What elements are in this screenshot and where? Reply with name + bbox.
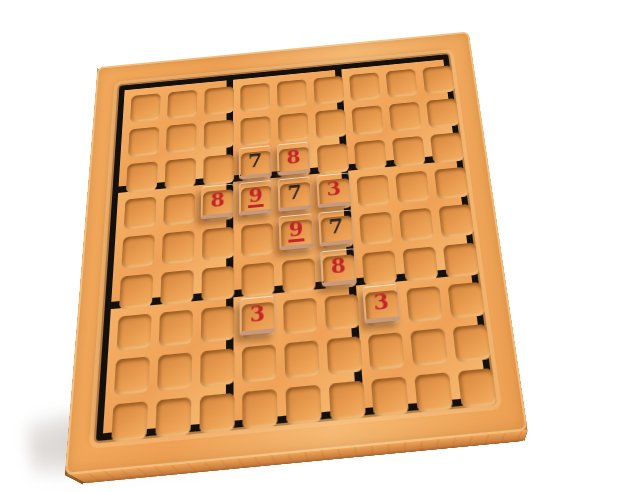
cell-r7c5[interactable]	[283, 298, 318, 335]
product-photo-stage: 78897397833	[0, 0, 632, 492]
cell-r1c8[interactable]	[386, 69, 418, 98]
scene: 78897397833	[0, 0, 632, 492]
cell-r5c6[interactable]: 7	[320, 215, 354, 249]
cell-r7c6[interactable]	[324, 294, 359, 331]
cell-r9c6[interactable]	[329, 380, 366, 420]
cell-r8c4[interactable]	[242, 344, 277, 383]
cell-r3c9[interactable]	[430, 132, 464, 163]
cell-r6c1[interactable]	[119, 274, 153, 310]
cell-r8c2[interactable]	[157, 352, 192, 391]
sudoku-box: 78897397833	[65, 32, 528, 476]
cell-r3c4[interactable]: 7	[241, 150, 272, 182]
block-2-3	[348, 160, 470, 278]
block-3-1	[103, 298, 226, 433]
cell-r2c6[interactable]	[315, 109, 347, 139]
cell-r3c2[interactable]	[165, 158, 197, 190]
cell-r9c1[interactable]	[111, 401, 148, 442]
cell-r9c8[interactable]	[414, 372, 453, 412]
cell-r4c3[interactable]: 8	[203, 189, 235, 222]
cell-r2c7[interactable]	[351, 105, 383, 135]
cell-r5c1[interactable]	[121, 234, 155, 268]
tile-r6c6[interactable]: 8	[320, 248, 357, 287]
cell-r9c7[interactable]	[371, 376, 409, 416]
cell-r2c2[interactable]	[166, 123, 197, 154]
cell-r2c1[interactable]	[128, 127, 159, 158]
cell-r6c5[interactable]	[282, 258, 316, 294]
cell-r1c6[interactable]	[313, 76, 344, 105]
cell-r5c5[interactable]: 9	[281, 219, 314, 253]
cell-r6c3[interactable]	[201, 266, 234, 302]
block-1-2: 78	[233, 70, 341, 176]
tile-digit: 9	[287, 217, 304, 242]
cell-r7c4[interactable]: 3	[242, 302, 276, 339]
cell-r8c1[interactable]	[114, 356, 150, 395]
cell-r9c2[interactable]	[155, 397, 191, 438]
cell-r8c5[interactable]	[284, 340, 319, 379]
tile-digit: 8	[209, 189, 225, 211]
cell-r4c5[interactable]: 7	[280, 182, 312, 215]
cell-r1c5[interactable]	[277, 79, 307, 108]
cell-r7c2[interactable]	[159, 310, 193, 347]
cell-r9c3[interactable]	[199, 393, 234, 434]
cell-r6c2[interactable]	[160, 270, 194, 306]
cell-r3c8[interactable]	[392, 136, 426, 167]
cell-r2c9[interactable]	[426, 98, 459, 128]
cell-r4c2[interactable]	[163, 193, 195, 226]
cell-r7c7[interactable]: 3	[365, 290, 401, 327]
cell-r7c1[interactable]	[117, 314, 152, 351]
cell-r5c4[interactable]	[241, 223, 273, 257]
cell-r5c8[interactable]	[399, 208, 434, 242]
tile-digit: 3	[372, 289, 391, 314]
cell-r9c9[interactable]	[458, 368, 498, 408]
cell-r1c3[interactable]	[204, 86, 234, 115]
cell-r6c9[interactable]	[443, 243, 480, 278]
cell-r1c4[interactable]	[240, 83, 270, 112]
tile-r3c4[interactable]: 7	[239, 145, 272, 179]
cell-r4c7[interactable]	[356, 174, 390, 207]
block-2-1: 8	[111, 183, 226, 302]
cell-r5c2[interactable]	[162, 230, 195, 264]
cell-r5c3[interactable]	[202, 227, 234, 261]
cell-r1c2[interactable]	[167, 90, 197, 119]
cell-r8c8[interactable]	[410, 328, 448, 366]
cell-r4c8[interactable]	[395, 171, 429, 204]
tile-r4c6[interactable]: 3	[316, 172, 351, 208]
cell-r3c7[interactable]	[354, 140, 387, 171]
cell-r8c9[interactable]	[452, 324, 491, 362]
cell-r5c7[interactable]	[359, 211, 393, 245]
block-3-3: 3	[356, 274, 487, 408]
cell-r4c4[interactable]: 9	[241, 185, 273, 218]
cell-r6c7[interactable]	[362, 250, 397, 285]
cell-r1c1[interactable]	[130, 93, 161, 122]
tile-digit: 3	[325, 177, 342, 199]
cell-r2c5[interactable]	[278, 112, 309, 142]
cell-r8c6[interactable]	[327, 336, 363, 375]
cell-r6c8[interactable]	[402, 246, 438, 281]
cell-r1c7[interactable]	[349, 72, 381, 101]
tile-r4c4[interactable]: 9	[239, 180, 273, 216]
tile-r5c5[interactable]: 9	[279, 213, 314, 250]
cell-r3c3[interactable]	[203, 154, 234, 186]
tile-r7c7[interactable]: 3	[362, 284, 400, 324]
cell-r3c5[interactable]: 8	[279, 147, 311, 179]
tile-r7c4[interactable]: 3	[240, 295, 276, 335]
tile-digit: 7	[327, 215, 345, 238]
tile-digit: 3	[249, 301, 267, 326]
tile-r3c5[interactable]: 8	[277, 141, 311, 175]
cell-r7c9[interactable]	[448, 282, 486, 319]
tile-r4c5[interactable]: 7	[278, 176, 312, 212]
block-3-2: 3	[233, 286, 356, 421]
cell-r8c3[interactable]	[200, 348, 234, 387]
tile-digit: 7	[286, 181, 303, 203]
tile-r4c3[interactable]: 8	[201, 184, 235, 220]
block-1-3	[341, 60, 455, 165]
tile-digit: 7	[247, 150, 263, 171]
cell-r8c7[interactable]	[368, 332, 405, 371]
cell-r4c6[interactable]: 3	[319, 178, 352, 211]
block-2-2: 973978	[233, 171, 348, 290]
tile-digit: 9	[247, 184, 264, 208]
cell-r5c9[interactable]	[438, 204, 474, 238]
cell-r6c4[interactable]	[241, 262, 274, 298]
cell-r9c4[interactable]	[242, 389, 278, 430]
cell-r2c3[interactable]	[204, 119, 234, 149]
tile-digit: 8	[329, 253, 347, 277]
cell-r4c9[interactable]	[434, 167, 469, 200]
sudoku-board: 78897397833	[96, 54, 495, 441]
tile-digit: 8	[285, 146, 302, 167]
cell-r1c9[interactable]	[422, 65, 455, 94]
cell-r7c8[interactable]	[406, 286, 443, 323]
box-frame: 78897397833	[65, 32, 528, 476]
cell-r9c5[interactable]	[286, 385, 322, 425]
cell-r2c4[interactable]	[241, 116, 271, 146]
cell-r6c6[interactable]: 8	[322, 254, 357, 290]
cell-r7c3[interactable]	[201, 306, 235, 343]
cell-r3c6[interactable]	[317, 143, 349, 174]
cell-r3c1[interactable]	[126, 161, 158, 193]
cell-r4c1[interactable]	[124, 197, 157, 230]
cell-r2c8[interactable]	[389, 102, 422, 132]
tile-r5c6[interactable]: 7	[318, 210, 354, 247]
block-1-1	[119, 80, 227, 186]
